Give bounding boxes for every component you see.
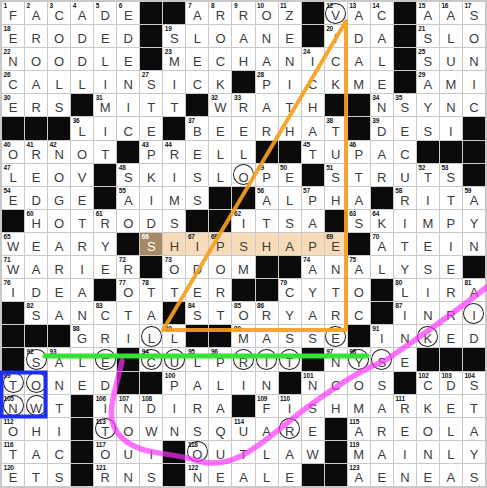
cell-20-20[interactable]: L [440, 441, 462, 463]
cell-17-1[interactable]: 99T [2, 372, 24, 394]
cell-9-12[interactable]: 56A [256, 187, 278, 209]
cell-18-20[interactable]: E [440, 395, 462, 417]
cell-18-10[interactable]: A [209, 395, 231, 417]
cell-7-14[interactable]: 45T [302, 141, 324, 163]
cell-12-16[interactable]: 75A [348, 256, 370, 278]
cell-1-2[interactable]: 2A [25, 2, 47, 24]
cell-2-17[interactable]: A [371, 25, 393, 47]
cell-7-3[interactable]: 42N [48, 141, 70, 163]
cell-19-7[interactable]: W [140, 418, 162, 440]
cell-8-2[interactable]: E [25, 164, 47, 186]
cell-17-21[interactable]: 104S [463, 372, 485, 394]
cell-9-21[interactable]: 59A [463, 187, 485, 209]
cell-20-12[interactable]: L [256, 441, 278, 463]
cell-12-11[interactable]: M [232, 256, 254, 278]
cell-2-12[interactable]: N [256, 25, 278, 47]
cell-3-3[interactable]: O [48, 48, 70, 70]
cell-11-15[interactable]: 69E [325, 233, 347, 255]
cell-9-18[interactable]: 58R [394, 187, 416, 209]
cell-12-6[interactable]: 72R [117, 256, 139, 278]
cell-8-12[interactable]: 49P [256, 164, 278, 186]
cell-10-13[interactable]: S [279, 210, 301, 232]
cell-15-6[interactable]: I [117, 325, 139, 347]
cell-20-5[interactable]: 117O [94, 441, 116, 463]
cell-18-3[interactable]: T [48, 395, 70, 417]
cell-9-1[interactable]: 54E [2, 187, 24, 209]
cell-2-11[interactable]: A [232, 25, 254, 47]
cell-13-18[interactable]: 80L [394, 279, 416, 301]
cell-21-20[interactable]: A [440, 464, 462, 486]
cell-1-12[interactable]: 10O [256, 2, 278, 24]
cell-10-6[interactable]: O [117, 210, 139, 232]
cell-12-18[interactable]: Y [394, 256, 416, 278]
cell-11-9[interactable]: 67I [186, 233, 208, 255]
cell-17-2[interactable]: O [25, 372, 47, 394]
cell-21-17[interactable]: E [371, 464, 393, 486]
cell-3-5[interactable]: L [94, 48, 116, 70]
cell-20-7[interactable]: I [140, 441, 162, 463]
cell-4-21[interactable]: I [463, 71, 485, 93]
cell-6-6[interactable]: C [117, 117, 139, 139]
cell-14-6[interactable]: T [117, 302, 139, 324]
cell-20-1[interactable]: 116T [2, 441, 24, 463]
cell-4-16[interactable]: M [348, 71, 370, 93]
cell-3-21[interactable]: N [463, 48, 485, 70]
cell-15-13[interactable]: S [279, 325, 301, 347]
cell-5-8[interactable]: T [163, 94, 185, 116]
cell-16-5[interactable]: E [94, 348, 116, 370]
cell-13-20[interactable]: R [440, 279, 462, 301]
cell-9-13[interactable]: L [279, 187, 301, 209]
cell-18-2[interactable]: W [25, 395, 47, 417]
cell-15-4[interactable]: 88G [71, 325, 93, 347]
cell-20-9[interactable]: 118O [186, 441, 208, 463]
cell-6-20[interactable]: I [440, 117, 462, 139]
cell-17-20[interactable]: 103D [440, 372, 462, 394]
cell-21-16[interactable]: 123A [348, 464, 370, 486]
cell-11-12[interactable]: H [256, 233, 278, 255]
cell-5-13[interactable]: T [279, 94, 301, 116]
cell-17-15[interactable]: C [325, 372, 347, 394]
cell-14-2[interactable]: 82S [25, 302, 47, 324]
cell-14-7[interactable]: A [140, 302, 162, 324]
cell-21-1[interactable]: 120E [2, 464, 24, 486]
cell-20-13[interactable]: A [279, 441, 301, 463]
cell-18-8[interactable]: I [163, 395, 185, 417]
cell-7-18[interactable]: C [394, 141, 416, 163]
cell-9-2[interactable]: D [25, 187, 47, 209]
cell-18-17[interactable]: A [371, 395, 393, 417]
cell-13-16[interactable]: O [348, 279, 370, 301]
cell-1-10[interactable]: 8R [209, 2, 231, 24]
cell-7-8[interactable]: 44R [163, 141, 185, 163]
cell-7-9[interactable]: E [186, 141, 208, 163]
cell-10-4[interactable]: T [71, 210, 93, 232]
cell-2-20[interactable]: L [440, 25, 462, 47]
cell-4-7[interactable]: 27S [140, 71, 162, 93]
cell-6-15[interactable]: 38T [325, 117, 347, 139]
cell-10-11[interactable]: 62I [232, 210, 254, 232]
cell-21-2[interactable]: T [25, 464, 47, 486]
cell-8-20[interactable]: 53S [440, 164, 462, 186]
cell-8-11[interactable]: O [232, 164, 254, 186]
cell-21-3[interactable]: S [48, 464, 70, 486]
cell-17-11[interactable]: I [232, 372, 254, 394]
cell-20-21[interactable]: Y [463, 441, 485, 463]
cell-11-5[interactable]: Y [94, 233, 116, 255]
cell-3-12[interactable]: A [256, 48, 278, 70]
cell-15-21[interactable]: D [463, 325, 485, 347]
cell-18-7[interactable]: 108D [140, 395, 162, 417]
cell-1-9[interactable]: 7A [186, 2, 208, 24]
cell-5-2[interactable]: R [25, 94, 47, 116]
cell-2-3[interactable]: O [48, 25, 70, 47]
cell-3-16[interactable]: A [348, 48, 370, 70]
cell-5-14[interactable]: H [302, 94, 324, 116]
cell-20-2[interactable]: A [25, 441, 47, 463]
cell-1-20[interactable]: 16A [440, 2, 462, 24]
cell-5-19[interactable]: Y [417, 94, 439, 116]
cell-16-17[interactable]: S [371, 348, 393, 370]
cell-5-21[interactable]: C [463, 94, 485, 116]
cell-12-17[interactable]: L [371, 256, 393, 278]
cell-9-4[interactable]: E [71, 187, 93, 209]
cell-12-19[interactable]: S [417, 256, 439, 278]
cell-2-5[interactable]: E [94, 25, 116, 47]
cell-4-2[interactable]: A [25, 71, 47, 93]
cell-7-2[interactable]: 41R [25, 141, 47, 163]
cell-19-13[interactable]: R [279, 418, 301, 440]
cell-16-9[interactable]: 95L [186, 348, 208, 370]
cell-7-17[interactable]: A [371, 141, 393, 163]
cell-12-1[interactable]: 71W [2, 256, 24, 278]
cell-8-18[interactable]: U [394, 164, 416, 186]
cell-11-18[interactable]: T [394, 233, 416, 255]
cell-4-15[interactable]: K [325, 71, 347, 93]
cell-18-16[interactable]: M [348, 395, 370, 417]
cell-18-5[interactable]: 106I [94, 395, 116, 417]
cell-4-17[interactable]: E [371, 71, 393, 93]
cell-13-8[interactable]: T [163, 279, 185, 301]
cell-16-7[interactable]: 94C [140, 348, 162, 370]
cell-8-6[interactable]: 48S [117, 164, 139, 186]
cell-20-17[interactable]: A [371, 441, 393, 463]
cell-18-21[interactable]: T [463, 395, 485, 417]
cell-10-2[interactable]: 60H [25, 210, 47, 232]
cell-1-1[interactable]: 1F [2, 2, 24, 24]
cell-14-10[interactable]: T [209, 302, 231, 324]
cell-19-19[interactable]: O [417, 418, 439, 440]
cell-7-10[interactable]: L [209, 141, 231, 163]
cell-6-5[interactable]: I [94, 117, 116, 139]
cell-6-7[interactable]: E [140, 117, 162, 139]
cell-11-7[interactable]: 66S [140, 233, 162, 255]
cell-14-3[interactable]: A [48, 302, 70, 324]
cell-17-10[interactable]: L [209, 372, 231, 394]
cell-10-8[interactable]: S [163, 210, 185, 232]
cell-18-12[interactable]: 109F [256, 395, 278, 417]
cell-19-17[interactable]: R [371, 418, 393, 440]
cell-11-8[interactable]: H [163, 233, 185, 255]
cell-13-21[interactable]: 81A [463, 279, 485, 301]
cell-8-3[interactable]: O [48, 164, 70, 186]
cell-18-18[interactable]: 111R [394, 395, 416, 417]
cell-12-9[interactable]: D [186, 256, 208, 278]
cell-7-16[interactable]: 46P [348, 141, 370, 163]
cell-15-17[interactable]: 91I [371, 325, 393, 347]
cell-12-15[interactable]: N [325, 256, 347, 278]
cell-20-19[interactable]: N [417, 441, 439, 463]
cell-21-6[interactable]: N [117, 464, 139, 486]
cell-1-17[interactable]: 14C [371, 2, 393, 24]
cell-14-20[interactable]: R [440, 302, 462, 324]
cell-16-18[interactable]: E [394, 348, 416, 370]
cell-15-15[interactable]: E [325, 325, 347, 347]
cell-19-9[interactable]: S [186, 418, 208, 440]
cell-16-16[interactable]: 98Y [348, 348, 370, 370]
cell-12-4[interactable]: I [71, 256, 93, 278]
cell-9-16[interactable]: A [348, 187, 370, 209]
cell-15-20[interactable]: E [440, 325, 462, 347]
cell-17-16[interactable]: O [348, 372, 370, 394]
cell-8-1[interactable]: 47L [2, 164, 24, 186]
cell-2-16[interactable]: D [348, 25, 370, 47]
cell-6-11[interactable]: E [232, 117, 254, 139]
cell-9-15[interactable]: H [325, 187, 347, 209]
cell-20-11[interactable]: T [232, 441, 254, 463]
cell-15-14[interactable]: S [302, 325, 324, 347]
cell-6-17[interactable]: 39D [371, 117, 393, 139]
cell-11-17[interactable]: 70A [371, 233, 393, 255]
cell-6-4[interactable]: 36L [71, 117, 93, 139]
cell-21-12[interactable]: L [256, 464, 278, 486]
cell-17-8[interactable]: 100P [163, 372, 185, 394]
cell-3-15[interactable]: C [325, 48, 347, 70]
cell-2-1[interactable]: 18E [2, 25, 24, 47]
cell-4-4[interactable]: L [71, 71, 93, 93]
cell-18-13[interactable]: 110I [279, 395, 301, 417]
cell-17-9[interactable]: A [186, 372, 208, 394]
cell-15-11[interactable]: 90M [232, 325, 254, 347]
cell-3-8[interactable]: 23M [163, 48, 185, 70]
cell-19-12[interactable]: A [256, 418, 278, 440]
cell-10-19[interactable]: M [417, 210, 439, 232]
cell-12-3[interactable]: R [48, 256, 70, 278]
cell-8-13[interactable]: 50E [279, 164, 301, 186]
cell-15-8[interactable]: 89L [163, 325, 185, 347]
cell-14-15[interactable]: R [325, 302, 347, 324]
cell-1-5[interactable]: 5D [94, 2, 116, 24]
cell-8-9[interactable]: S [186, 164, 208, 186]
cell-5-20[interactable]: N [440, 94, 462, 116]
cell-10-16[interactable]: 63S [348, 210, 370, 232]
cell-14-21[interactable]: I [463, 302, 485, 324]
cell-13-7[interactable]: 78T [140, 279, 162, 301]
cell-8-8[interactable]: I [163, 164, 185, 186]
cell-14-14[interactable]: A [302, 302, 324, 324]
cell-19-3[interactable]: I [48, 418, 70, 440]
cell-21-10[interactable]: E [209, 464, 231, 486]
cell-17-19[interactable]: 102C [417, 372, 439, 394]
cell-14-12[interactable]: 86R [256, 302, 278, 324]
cell-14-18[interactable]: 87I [394, 302, 416, 324]
cell-7-7[interactable]: 43P [140, 141, 162, 163]
cell-14-9[interactable]: 84S [186, 302, 208, 324]
cell-13-4[interactable]: A [71, 279, 93, 301]
cell-6-12[interactable]: R [256, 117, 278, 139]
cell-19-1[interactable]: 112O [2, 418, 24, 440]
cell-2-19[interactable]: 21S [417, 25, 439, 47]
cell-3-13[interactable]: N [279, 48, 301, 70]
cell-21-19[interactable]: E [417, 464, 439, 486]
cell-12-20[interactable]: E [440, 256, 462, 278]
cell-14-13[interactable]: Y [279, 302, 301, 324]
cell-3-11[interactable]: H [232, 48, 254, 70]
cell-4-8[interactable]: I [163, 71, 185, 93]
cell-16-4[interactable]: L [71, 348, 93, 370]
cell-5-6[interactable]: I [117, 94, 139, 116]
cell-10-3[interactable]: O [48, 210, 70, 232]
cell-18-15[interactable]: H [325, 395, 347, 417]
cell-13-15[interactable]: T [325, 279, 347, 301]
cell-14-11[interactable]: 85O [232, 302, 254, 324]
cell-21-9[interactable]: 122N [186, 464, 208, 486]
cell-3-20[interactable]: U [440, 48, 462, 70]
cell-4-10[interactable]: K [209, 71, 231, 93]
cell-19-21[interactable]: A [463, 418, 485, 440]
cell-13-19[interactable]: I [417, 279, 439, 301]
cell-9-8[interactable]: M [163, 187, 185, 209]
cell-15-5[interactable]: R [94, 325, 116, 347]
cell-13-14[interactable]: Y [302, 279, 324, 301]
cell-8-16[interactable]: T [348, 164, 370, 186]
cell-11-1[interactable]: 65W [2, 233, 24, 255]
cell-3-10[interactable]: C [209, 48, 231, 70]
cell-12-8[interactable]: 73O [163, 256, 185, 278]
cell-14-5[interactable]: 83C [94, 302, 116, 324]
cell-13-13[interactable]: 79C [279, 279, 301, 301]
cell-14-4[interactable]: N [71, 302, 93, 324]
cell-2-13[interactable]: E [279, 25, 301, 47]
cell-19-14[interactable]: E [302, 418, 324, 440]
cell-2-8[interactable]: 19S [163, 25, 185, 47]
cell-10-21[interactable]: Y [463, 210, 485, 232]
cell-9-20[interactable]: T [440, 187, 462, 209]
cell-17-5[interactable]: D [94, 372, 116, 394]
cell-11-11[interactable]: S [232, 233, 254, 255]
cell-17-17[interactable]: S [371, 372, 393, 394]
cell-12-5[interactable]: E [94, 256, 116, 278]
cell-5-5[interactable]: 31M [94, 94, 116, 116]
cell-4-1[interactable]: 26C [2, 71, 24, 93]
cell-17-4[interactable]: E [71, 372, 93, 394]
cell-9-19[interactable]: I [417, 187, 439, 209]
cell-1-19[interactable]: 15A [417, 2, 439, 24]
cell-3-9[interactable]: E [186, 48, 208, 70]
cell-10-7[interactable]: D [140, 210, 162, 232]
cell-1-3[interactable]: 3C [48, 2, 70, 24]
cell-15-12[interactable]: A [256, 325, 278, 347]
cell-18-9[interactable]: R [186, 395, 208, 417]
cell-5-11[interactable]: 33R [232, 94, 254, 116]
cell-11-3[interactable]: A [48, 233, 70, 255]
cell-12-2[interactable]: A [25, 256, 47, 278]
cell-5-12[interactable]: A [256, 94, 278, 116]
cell-1-11[interactable]: 9R [232, 2, 254, 24]
cell-7-4[interactable]: O [71, 141, 93, 163]
cell-17-12[interactable]: N [256, 372, 278, 394]
cell-11-21[interactable]: N [463, 233, 485, 255]
cell-3-14[interactable]: 24I [302, 48, 324, 70]
cell-9-7[interactable]: I [140, 187, 162, 209]
cell-5-3[interactable]: S [48, 94, 70, 116]
cell-4-19[interactable]: 29A [417, 71, 439, 93]
cell-16-11[interactable]: R [232, 348, 254, 370]
cell-21-21[interactable]: S [463, 464, 485, 486]
cell-12-10[interactable]: O [209, 256, 231, 278]
cell-3-19[interactable]: 25S [417, 48, 439, 70]
cell-21-11[interactable]: A [232, 464, 254, 486]
cell-6-18[interactable]: E [394, 117, 416, 139]
cell-14-19[interactable]: N [417, 302, 439, 324]
cell-10-17[interactable]: 64K [371, 210, 393, 232]
cell-15-18[interactable]: N [394, 325, 416, 347]
cell-11-2[interactable]: E [25, 233, 47, 255]
cell-5-7[interactable]: T [140, 94, 162, 116]
cell-4-13[interactable]: I [279, 71, 301, 93]
cell-10-14[interactable]: A [302, 210, 324, 232]
cell-4-14[interactable]: C [302, 71, 324, 93]
cell-13-2[interactable]: D [25, 279, 47, 301]
cell-11-13[interactable]: A [279, 233, 301, 255]
cell-13-3[interactable]: E [48, 279, 70, 301]
cell-19-5[interactable]: 113T [94, 418, 116, 440]
cell-1-16[interactable]: 13A [348, 2, 370, 24]
cell-4-9[interactable]: C [186, 71, 208, 93]
cell-11-10[interactable]: 68P [209, 233, 231, 255]
cell-8-4[interactable]: V [71, 164, 93, 186]
cell-19-2[interactable]: H [25, 418, 47, 440]
cell-8-17[interactable]: R [371, 164, 393, 186]
cell-20-18[interactable]: I [394, 441, 416, 463]
cell-5-18[interactable]: 35S [394, 94, 416, 116]
cell-13-10[interactable]: R [209, 279, 231, 301]
cell-14-16[interactable]: C [348, 302, 370, 324]
cell-9-9[interactable]: S [186, 187, 208, 209]
cell-18-14[interactable]: S [302, 395, 324, 417]
cell-20-6[interactable]: U [117, 441, 139, 463]
cell-19-16[interactable]: 115A [348, 418, 370, 440]
cell-20-10[interactable]: U [209, 441, 231, 463]
cell-9-6[interactable]: 55A [117, 187, 139, 209]
cell-5-17[interactable]: 34N [371, 94, 393, 116]
cell-3-17[interactable]: L [371, 48, 393, 70]
cell-4-3[interactable]: L [48, 71, 70, 93]
cell-11-19[interactable]: E [417, 233, 439, 255]
cell-16-15[interactable]: 97N [325, 348, 347, 370]
cell-21-7[interactable]: S [140, 464, 162, 486]
cell-13-1[interactable]: 76I [2, 279, 24, 301]
cell-8-10[interactable]: L [209, 164, 231, 186]
cell-11-20[interactable]: I [440, 233, 462, 255]
cell-19-18[interactable]: E [394, 418, 416, 440]
cell-1-6[interactable]: 6E [117, 2, 139, 24]
cell-20-16[interactable]: 119M [348, 441, 370, 463]
cell-10-5[interactable]: 61R [94, 210, 116, 232]
crossword-grid[interactable]: 1F2A3C4A5D6E7A8R9R10O11Z12V13A14C15A16A1… [0, 0, 487, 488]
cell-2-4[interactable]: D [71, 25, 93, 47]
cell-3-1[interactable]: 22N [2, 48, 24, 70]
